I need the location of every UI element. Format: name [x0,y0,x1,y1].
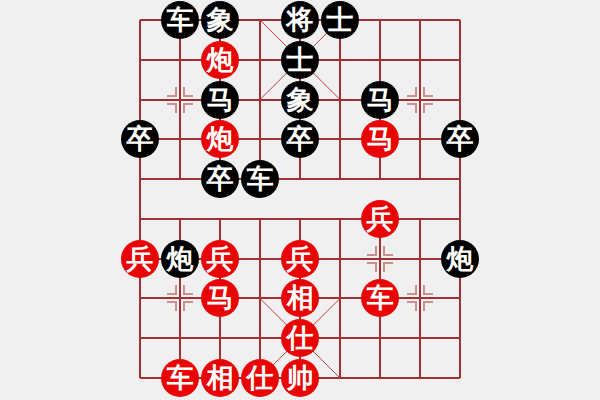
piece-glyph: 兵 [207,240,234,278]
piece-glyph: 兵 [367,200,394,238]
piece-glyph: 象 [287,81,314,119]
red-chariot[interactable]: 车 [161,359,199,397]
black-general[interactable]: 将 [281,1,319,39]
piece-glyph: 兵 [127,240,154,278]
red-advisor[interactable]: 仕 [241,359,279,397]
piece-glyph: 士 [327,1,354,39]
black-soldier[interactable]: 卒 [441,120,479,158]
piece-glyph: 相 [287,279,314,317]
red-soldier[interactable]: 兵 [361,200,399,238]
red-cannon[interactable]: 炮 [201,41,239,79]
xiangqi-board: 车象将士炮士马象马卒炮卒马卒卒车兵兵炮兵兵炮马相车仕车相仕帅 [0,0,600,400]
piece-glyph: 将 [287,1,314,39]
piece-glyph: 仕 [247,359,274,397]
red-cannon[interactable]: 炮 [201,120,239,158]
piece-glyph: 马 [207,81,234,119]
red-soldier[interactable]: 兵 [121,240,159,278]
black-cannon[interactable]: 炮 [161,240,199,278]
piece-glyph: 车 [247,160,274,198]
black-horse[interactable]: 马 [361,81,399,119]
black-soldier[interactable]: 卒 [201,160,239,198]
black-soldier[interactable]: 卒 [281,120,319,158]
black-advisor[interactable]: 士 [321,1,359,39]
piece-glyph: 卒 [127,120,154,158]
pieces-layer: 车象将士炮士马象马卒炮卒马卒卒车兵兵炮兵兵炮马相车仕车相仕帅 [0,0,600,400]
piece-glyph: 兵 [287,240,314,278]
piece-glyph: 马 [207,279,234,317]
black-cannon[interactable]: 炮 [441,240,479,278]
red-horse[interactable]: 马 [361,120,399,158]
red-elephant[interactable]: 相 [281,279,319,317]
piece-glyph: 仕 [287,319,314,357]
red-soldier[interactable]: 兵 [281,240,319,278]
piece-glyph: 卒 [207,160,234,198]
piece-glyph: 卒 [447,120,474,158]
piece-glyph: 炮 [447,240,474,278]
piece-glyph: 相 [207,359,234,397]
black-chariot[interactable]: 车 [241,160,279,198]
piece-glyph: 车 [367,279,394,317]
black-elephant[interactable]: 象 [201,1,239,39]
red-general[interactable]: 帅 [281,359,319,397]
piece-glyph: 炮 [167,240,194,278]
piece-glyph: 象 [207,1,234,39]
red-advisor[interactable]: 仕 [281,319,319,357]
red-soldier[interactable]: 兵 [201,240,239,278]
piece-glyph: 炮 [207,41,234,79]
piece-glyph: 卒 [287,120,314,158]
black-soldier[interactable]: 卒 [121,120,159,158]
black-horse[interactable]: 马 [201,81,239,119]
piece-glyph: 马 [367,81,394,119]
red-elephant[interactable]: 相 [201,359,239,397]
piece-glyph: 马 [367,120,394,158]
red-chariot[interactable]: 车 [361,279,399,317]
piece-glyph: 帅 [287,359,314,397]
piece-glyph: 车 [167,1,194,39]
piece-glyph: 士 [287,41,314,79]
piece-glyph: 炮 [207,120,234,158]
black-chariot[interactable]: 车 [161,1,199,39]
black-elephant[interactable]: 象 [281,81,319,119]
red-horse[interactable]: 马 [201,279,239,317]
black-advisor[interactable]: 士 [281,41,319,79]
piece-glyph: 车 [167,359,194,397]
